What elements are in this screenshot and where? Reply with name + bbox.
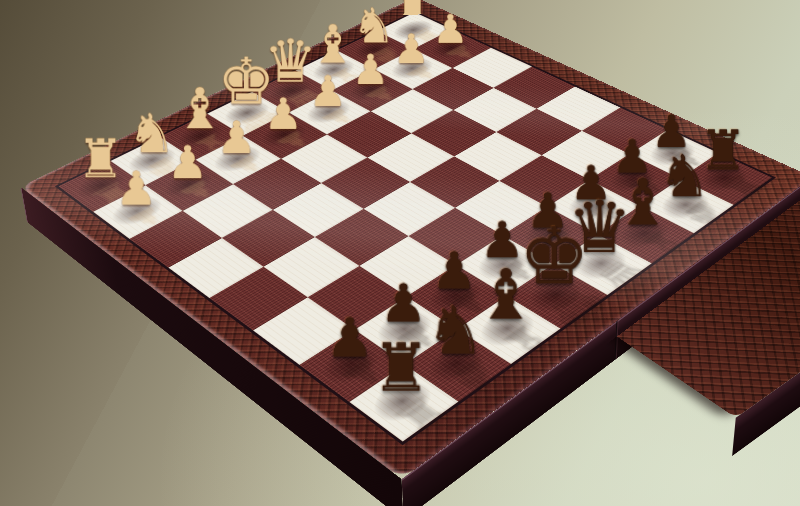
second-half-side-face bbox=[732, 252, 800, 456]
piece-white-pawn[interactable]: ♟ bbox=[216, 115, 256, 159]
piece-white-pawn[interactable]: ♟ bbox=[167, 140, 208, 186]
square-h8[interactable]: ♜♜ bbox=[349, 365, 458, 442]
chess-photo-scene: Hand-carved wooden chess set in the star… bbox=[0, 0, 800, 506]
square-d5[interactable] bbox=[410, 156, 499, 207]
piece-white-knight[interactable]: ♞ bbox=[351, 2, 394, 50]
playing-area: ♜♜♞♞♝♝♚♚♛♛♝♝♞♞♜♜♟♟♟♟♟♟♟♟♟♟♟♟♟♟♟♟♟♟♟♟♟♟♟♟… bbox=[55, 11, 776, 446]
piece-black-pawn[interactable]: ♟ bbox=[431, 245, 477, 296]
piece-white-pawn[interactable]: ♟ bbox=[115, 165, 157, 212]
piece-black-rook[interactable]: ♜ bbox=[371, 336, 430, 402]
piece-white-pawn[interactable]: ♟ bbox=[263, 92, 302, 135]
piece-black-pawn[interactable]: ♟ bbox=[379, 277, 426, 330]
piece-white-pawn[interactable]: ♟ bbox=[308, 70, 346, 112]
piece-black-knight[interactable]: ♞ bbox=[425, 298, 485, 364]
chessboard: ♜♜♞♞♝♝♚♚♛♛♝♝♞♞♜♜♟♟♟♟♟♟♟♟♟♟♟♟♟♟♟♟♟♟♟♟♟♟♟♟… bbox=[20, 0, 800, 479]
piece-black-pawn[interactable]: ♟ bbox=[325, 311, 374, 365]
piece-white-pawn[interactable]: ♟ bbox=[351, 49, 388, 91]
board-top-surface: ♜♜♞♞♝♝♚♚♛♛♝♝♞♞♜♜♟♟♟♟♟♟♟♟♟♟♟♟♟♟♟♟♟♟♟♟♟♟♟♟… bbox=[20, 0, 800, 479]
piece-white-pawn[interactable]: ♟ bbox=[432, 9, 468, 49]
piece-white-pawn[interactable]: ♟ bbox=[393, 29, 429, 70]
